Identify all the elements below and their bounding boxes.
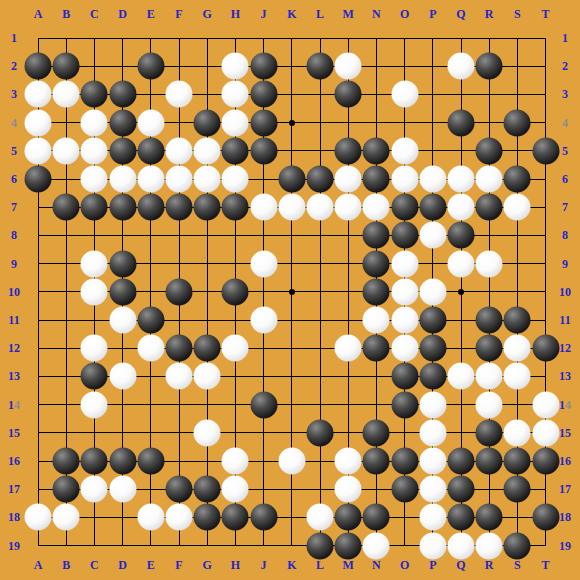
coord-label-right-7: 7 bbox=[562, 201, 568, 213]
stone-black-N12 bbox=[363, 335, 390, 362]
coord-char: 8 bbox=[11, 228, 17, 242]
coord-char: 4 bbox=[562, 116, 568, 130]
coord-label-left-8: 8 bbox=[11, 229, 17, 241]
stone-white-H6 bbox=[222, 166, 249, 193]
stone-black-R16 bbox=[476, 448, 503, 475]
coord-label-top-S: S bbox=[514, 8, 521, 20]
stone-black-G12 bbox=[194, 335, 221, 362]
stone-black-D4 bbox=[109, 109, 136, 136]
stone-black-J2 bbox=[250, 53, 277, 80]
stone-white-P14 bbox=[419, 391, 446, 418]
stone-white-M16 bbox=[335, 448, 362, 475]
coord-label-bottom-E: E bbox=[147, 559, 155, 571]
coord-label-right-15: 15 bbox=[559, 427, 571, 439]
stone-black-N16 bbox=[363, 448, 390, 475]
stone-black-D9 bbox=[109, 250, 136, 277]
stone-black-B2 bbox=[53, 53, 80, 80]
coord-label-bottom-S: S bbox=[514, 559, 521, 571]
coord-label-right-2: 2 bbox=[562, 60, 568, 72]
coord-label-left-14: 14 bbox=[8, 399, 20, 411]
coord-label-bottom-O: O bbox=[400, 559, 409, 571]
coord-label-right-17: 17 bbox=[559, 483, 571, 495]
coord-label-right-19: 19 bbox=[559, 540, 571, 552]
coord-label-top-C: C bbox=[90, 8, 99, 20]
coord-char: F bbox=[175, 7, 182, 21]
stone-white-L7 bbox=[307, 194, 334, 221]
stone-white-C6 bbox=[81, 166, 108, 193]
coord-char: 9 bbox=[11, 257, 17, 271]
coord-label-bottom-J: J bbox=[261, 559, 267, 571]
coord-char: N bbox=[372, 558, 381, 572]
stone-black-Q18 bbox=[448, 504, 475, 531]
coord-char: 3 bbox=[562, 87, 568, 101]
coord-char: 4 bbox=[11, 116, 17, 130]
stone-black-S6 bbox=[504, 166, 531, 193]
coord-label-bottom-D: D bbox=[118, 559, 127, 571]
coord-label-bottom-Q: Q bbox=[456, 559, 465, 571]
stone-black-L19 bbox=[307, 532, 334, 559]
stone-black-N10 bbox=[363, 278, 390, 305]
stone-black-T18 bbox=[532, 504, 559, 531]
coord-char: P bbox=[429, 558, 436, 572]
coord-char: H bbox=[231, 558, 240, 572]
stone-black-F7 bbox=[166, 194, 193, 221]
stone-black-H18 bbox=[222, 504, 249, 531]
coord-label-bottom-C: C bbox=[90, 559, 99, 571]
coord-char: B bbox=[62, 7, 70, 21]
coord-label-bottom-A: A bbox=[34, 559, 43, 571]
stone-white-R13 bbox=[476, 363, 503, 390]
stone-black-N5 bbox=[363, 137, 390, 164]
coord-char: D bbox=[118, 7, 127, 21]
coord-label-top-G: G bbox=[203, 8, 212, 20]
stone-black-T12 bbox=[532, 335, 559, 362]
coord-char: 7 bbox=[11, 200, 17, 214]
stone-white-M2 bbox=[335, 53, 362, 80]
coord-char: J bbox=[261, 558, 267, 572]
coord-label-left-7: 7 bbox=[11, 201, 17, 213]
coord-char: 3 bbox=[565, 369, 571, 383]
stone-black-N8 bbox=[363, 222, 390, 249]
stone-white-O3 bbox=[391, 81, 418, 108]
coord-char: K bbox=[287, 558, 296, 572]
coord-char: P bbox=[429, 7, 436, 21]
coord-label-left-10: 10 bbox=[8, 286, 20, 298]
stone-white-S12 bbox=[504, 335, 531, 362]
coord-char: 8 bbox=[14, 510, 20, 524]
stone-white-F6 bbox=[166, 166, 193, 193]
coord-char: 1 bbox=[565, 313, 571, 327]
stone-white-N19 bbox=[363, 532, 390, 559]
coord-label-left-17: 17 bbox=[8, 483, 20, 495]
coord-label-bottom-F: F bbox=[175, 559, 182, 571]
coord-char: B bbox=[62, 558, 70, 572]
stone-white-Q7 bbox=[448, 194, 475, 221]
coord-label-right-5: 5 bbox=[562, 145, 568, 157]
stone-black-M18 bbox=[335, 504, 362, 531]
stone-white-E12 bbox=[137, 335, 164, 362]
stone-black-E2 bbox=[137, 53, 164, 80]
stone-black-T16 bbox=[532, 448, 559, 475]
coord-char: 1 bbox=[11, 31, 17, 45]
stone-black-S19 bbox=[504, 532, 531, 559]
coord-label-top-M: M bbox=[343, 8, 354, 20]
stone-black-D5 bbox=[109, 137, 136, 164]
stone-black-N15 bbox=[363, 419, 390, 446]
coord-char: 6 bbox=[11, 172, 17, 186]
coord-char: 5 bbox=[562, 144, 568, 158]
stone-white-Q19 bbox=[448, 532, 475, 559]
coord-char: 2 bbox=[565, 341, 571, 355]
coord-char: 7 bbox=[565, 482, 571, 496]
stone-black-D10 bbox=[109, 278, 136, 305]
coord-char: A bbox=[34, 7, 43, 21]
stone-white-A4 bbox=[25, 109, 52, 136]
coord-char: 3 bbox=[11, 87, 17, 101]
stone-black-B16 bbox=[53, 448, 80, 475]
stone-black-B17 bbox=[53, 476, 80, 503]
coord-label-left-18: 18 bbox=[8, 511, 20, 523]
coord-label-left-3: 3 bbox=[11, 88, 17, 100]
stone-white-G15 bbox=[194, 419, 221, 446]
stone-black-E11 bbox=[137, 307, 164, 334]
stone-black-R2 bbox=[476, 53, 503, 80]
coord-char: 6 bbox=[565, 454, 571, 468]
stone-white-G13 bbox=[194, 363, 221, 390]
stone-black-M5 bbox=[335, 137, 362, 164]
coord-label-left-2: 2 bbox=[11, 60, 17, 72]
stone-black-F17 bbox=[166, 476, 193, 503]
stone-black-S16 bbox=[504, 448, 531, 475]
stone-black-O7 bbox=[391, 194, 418, 221]
coord-label-bottom-N: N bbox=[372, 559, 381, 571]
stone-white-C12 bbox=[81, 335, 108, 362]
stone-white-M12 bbox=[335, 335, 362, 362]
stone-white-L18 bbox=[307, 504, 334, 531]
stone-white-E4 bbox=[137, 109, 164, 136]
stone-white-H16 bbox=[222, 448, 249, 475]
stone-black-P7 bbox=[419, 194, 446, 221]
stone-black-L2 bbox=[307, 53, 334, 80]
coord-label-left-15: 15 bbox=[8, 427, 20, 439]
stone-white-H4 bbox=[222, 109, 249, 136]
stone-black-Q16 bbox=[448, 448, 475, 475]
coord-label-left-9: 9 bbox=[11, 258, 17, 270]
coord-label-top-O: O bbox=[400, 8, 409, 20]
stone-black-H5 bbox=[222, 137, 249, 164]
stone-white-Q6 bbox=[448, 166, 475, 193]
stone-black-R18 bbox=[476, 504, 503, 531]
stone-white-H12 bbox=[222, 335, 249, 362]
stone-white-J7 bbox=[250, 194, 277, 221]
coord-label-top-F: F bbox=[175, 8, 182, 20]
stone-black-N6 bbox=[363, 166, 390, 193]
coord-char: 6 bbox=[562, 172, 568, 186]
stone-black-M19 bbox=[335, 532, 362, 559]
coord-label-bottom-H: H bbox=[231, 559, 240, 571]
stone-white-P16 bbox=[419, 448, 446, 475]
stone-white-F13 bbox=[166, 363, 193, 390]
stone-white-K7 bbox=[278, 194, 305, 221]
stone-white-H17 bbox=[222, 476, 249, 503]
stone-white-A5 bbox=[25, 137, 52, 164]
stone-black-O8 bbox=[391, 222, 418, 249]
stone-black-O13 bbox=[391, 363, 418, 390]
stone-white-P8 bbox=[419, 222, 446, 249]
coord-label-right-6: 6 bbox=[562, 173, 568, 185]
coord-label-top-B: B bbox=[62, 8, 70, 20]
coord-label-left-6: 6 bbox=[11, 173, 17, 185]
stone-white-C5 bbox=[81, 137, 108, 164]
star-point-K10 bbox=[289, 289, 295, 295]
stone-black-D7 bbox=[109, 194, 136, 221]
stone-white-D11 bbox=[109, 307, 136, 334]
coord-char: S bbox=[514, 558, 521, 572]
coord-label-right-10: 10 bbox=[559, 286, 571, 298]
stone-black-F10 bbox=[166, 278, 193, 305]
stone-black-J18 bbox=[250, 504, 277, 531]
stone-white-C10 bbox=[81, 278, 108, 305]
stone-white-R9 bbox=[476, 250, 503, 277]
coord-char: L bbox=[316, 7, 324, 21]
coord-char: C bbox=[90, 558, 99, 572]
stone-black-R7 bbox=[476, 194, 503, 221]
stone-black-G18 bbox=[194, 504, 221, 531]
coord-char: 1 bbox=[14, 313, 20, 327]
coord-label-bottom-B: B bbox=[62, 559, 70, 571]
coord-char: E bbox=[147, 558, 155, 572]
stone-white-B3 bbox=[53, 81, 80, 108]
stone-black-J5 bbox=[250, 137, 277, 164]
stone-white-T14 bbox=[532, 391, 559, 418]
coord-char: K bbox=[287, 7, 296, 21]
coord-label-top-J: J bbox=[261, 8, 267, 20]
stone-black-S4 bbox=[504, 109, 531, 136]
coord-label-top-Q: Q bbox=[456, 8, 465, 20]
stone-white-P17 bbox=[419, 476, 446, 503]
coord-label-top-P: P bbox=[429, 8, 436, 20]
stone-black-Q8 bbox=[448, 222, 475, 249]
stone-black-P13 bbox=[419, 363, 446, 390]
stone-white-J11 bbox=[250, 307, 277, 334]
stone-white-J9 bbox=[250, 250, 277, 277]
go-board[interactable]: AABBCCDDEEFFGGHHJJKKLLMMNNOOPPQQRRSSTT11… bbox=[0, 0, 580, 580]
coord-char: T bbox=[542, 7, 550, 21]
stone-black-H10 bbox=[222, 278, 249, 305]
stone-white-O5 bbox=[391, 137, 418, 164]
stone-black-P11 bbox=[419, 307, 446, 334]
coord-char: 9 bbox=[565, 539, 571, 553]
coord-char: J bbox=[261, 7, 267, 21]
stone-black-N9 bbox=[363, 250, 390, 277]
stone-white-C14 bbox=[81, 391, 108, 418]
stone-black-C13 bbox=[81, 363, 108, 390]
stone-white-M7 bbox=[335, 194, 362, 221]
coord-char: 9 bbox=[562, 257, 568, 271]
star-point-Q10 bbox=[458, 289, 464, 295]
stone-black-L6 bbox=[307, 166, 334, 193]
stone-white-R14 bbox=[476, 391, 503, 418]
coord-label-top-E: E bbox=[147, 8, 155, 20]
coord-label-right-18: 18 bbox=[559, 511, 571, 523]
stone-white-B18 bbox=[53, 504, 80, 531]
coord-label-right-8: 8 bbox=[562, 229, 568, 241]
stone-white-N7 bbox=[363, 194, 390, 221]
stone-white-M6 bbox=[335, 166, 362, 193]
stone-black-Q17 bbox=[448, 476, 475, 503]
stone-black-R12 bbox=[476, 335, 503, 362]
stone-white-S15 bbox=[504, 419, 531, 446]
stone-black-C16 bbox=[81, 448, 108, 475]
stone-black-R5 bbox=[476, 137, 503, 164]
coord-char: R bbox=[485, 7, 494, 21]
stone-black-H7 bbox=[222, 194, 249, 221]
stone-black-S17 bbox=[504, 476, 531, 503]
coord-char: 0 bbox=[14, 285, 20, 299]
coord-label-bottom-L: L bbox=[316, 559, 324, 571]
stone-white-O6 bbox=[391, 166, 418, 193]
stone-black-O16 bbox=[391, 448, 418, 475]
stone-white-H2 bbox=[222, 53, 249, 80]
stone-white-A3 bbox=[25, 81, 52, 108]
coord-char: 8 bbox=[565, 510, 571, 524]
stone-white-A18 bbox=[25, 504, 52, 531]
stone-black-L15 bbox=[307, 419, 334, 446]
stone-white-R6 bbox=[476, 166, 503, 193]
stone-white-S7 bbox=[504, 194, 531, 221]
stone-black-P12 bbox=[419, 335, 446, 362]
stone-black-E7 bbox=[137, 194, 164, 221]
stone-black-D3 bbox=[109, 81, 136, 108]
coord-label-right-13: 13 bbox=[559, 370, 571, 382]
coord-label-top-R: R bbox=[485, 8, 494, 20]
coord-label-left-5: 5 bbox=[11, 145, 17, 157]
coord-char: 3 bbox=[14, 369, 20, 383]
coord-char: G bbox=[203, 7, 212, 21]
coord-char: M bbox=[343, 558, 354, 572]
coord-label-right-1: 1 bbox=[562, 32, 568, 44]
coord-char: H bbox=[231, 7, 240, 21]
stone-white-O9 bbox=[391, 250, 418, 277]
coord-char: F bbox=[175, 558, 182, 572]
stone-white-C9 bbox=[81, 250, 108, 277]
stone-white-Q13 bbox=[448, 363, 475, 390]
stone-white-Q9 bbox=[448, 250, 475, 277]
coord-char: Q bbox=[456, 7, 465, 21]
coord-label-bottom-T: T bbox=[542, 559, 550, 571]
stone-white-P18 bbox=[419, 504, 446, 531]
coord-char: 7 bbox=[14, 482, 20, 496]
coord-char: 9 bbox=[14, 539, 20, 553]
coord-char: 0 bbox=[565, 285, 571, 299]
stone-white-O12 bbox=[391, 335, 418, 362]
coord-char: L bbox=[316, 558, 324, 572]
stone-black-Q4 bbox=[448, 109, 475, 136]
stone-white-P15 bbox=[419, 419, 446, 446]
stone-black-C3 bbox=[81, 81, 108, 108]
stone-black-J4 bbox=[250, 109, 277, 136]
coord-char: D bbox=[118, 558, 127, 572]
stone-black-S11 bbox=[504, 307, 531, 334]
coord-label-bottom-K: K bbox=[287, 559, 296, 571]
stone-white-M17 bbox=[335, 476, 362, 503]
stone-white-F3 bbox=[166, 81, 193, 108]
coord-char: M bbox=[343, 7, 354, 21]
coord-char: 1 bbox=[562, 31, 568, 45]
stone-black-G7 bbox=[194, 194, 221, 221]
coord-label-top-H: H bbox=[231, 8, 240, 20]
coord-char: S bbox=[514, 7, 521, 21]
stone-white-T15 bbox=[532, 419, 559, 446]
coord-label-top-K: K bbox=[287, 8, 296, 20]
coord-char: E bbox=[147, 7, 155, 21]
stone-white-B5 bbox=[53, 137, 80, 164]
stone-white-S13 bbox=[504, 363, 531, 390]
coord-char: 2 bbox=[11, 59, 17, 73]
coord-char: 5 bbox=[14, 426, 20, 440]
coord-char: O bbox=[400, 558, 409, 572]
stone-black-G17 bbox=[194, 476, 221, 503]
stone-white-O10 bbox=[391, 278, 418, 305]
coord-label-bottom-R: R bbox=[485, 559, 494, 571]
coord-char: 5 bbox=[565, 426, 571, 440]
coord-char: Q bbox=[456, 558, 465, 572]
coord-label-left-11: 11 bbox=[8, 314, 19, 326]
coord-label-left-12: 12 bbox=[8, 342, 20, 354]
stone-black-F12 bbox=[166, 335, 193, 362]
stone-black-E5 bbox=[137, 137, 164, 164]
stone-white-O11 bbox=[391, 307, 418, 334]
stone-black-T5 bbox=[532, 137, 559, 164]
coord-label-top-A: A bbox=[34, 8, 43, 20]
stone-white-F18 bbox=[166, 504, 193, 531]
stone-black-A2 bbox=[25, 53, 52, 80]
coord-char: C bbox=[90, 7, 99, 21]
coord-label-right-3: 3 bbox=[562, 88, 568, 100]
stone-white-P6 bbox=[419, 166, 446, 193]
coord-char: A bbox=[34, 558, 43, 572]
coord-label-right-14: 14 bbox=[559, 399, 571, 411]
coord-char: 4 bbox=[14, 398, 20, 412]
stone-white-D13 bbox=[109, 363, 136, 390]
stone-black-D16 bbox=[109, 448, 136, 475]
stone-white-P19 bbox=[419, 532, 446, 559]
stone-white-E18 bbox=[137, 504, 164, 531]
stone-white-G6 bbox=[194, 166, 221, 193]
coord-label-right-9: 9 bbox=[562, 258, 568, 270]
coord-label-left-4: 4 bbox=[11, 117, 17, 129]
stone-black-E16 bbox=[137, 448, 164, 475]
stone-black-A6 bbox=[25, 166, 52, 193]
coord-char: 7 bbox=[562, 200, 568, 214]
coord-label-bottom-M: M bbox=[343, 559, 354, 571]
coord-char: G bbox=[203, 558, 212, 572]
stone-white-K16 bbox=[278, 448, 305, 475]
coord-char: 4 bbox=[565, 398, 571, 412]
stone-white-H3 bbox=[222, 81, 249, 108]
stone-black-J3 bbox=[250, 81, 277, 108]
coord-label-top-L: L bbox=[316, 8, 324, 20]
stone-black-C7 bbox=[81, 194, 108, 221]
star-point-K4 bbox=[289, 120, 295, 126]
coord-char: O bbox=[400, 7, 409, 21]
coord-char: 2 bbox=[562, 59, 568, 73]
stone-white-D6 bbox=[109, 166, 136, 193]
coord-label-left-1: 1 bbox=[11, 32, 17, 44]
coord-char: 6 bbox=[14, 454, 20, 468]
stone-white-E6 bbox=[137, 166, 164, 193]
coord-label-left-16: 16 bbox=[8, 455, 20, 467]
